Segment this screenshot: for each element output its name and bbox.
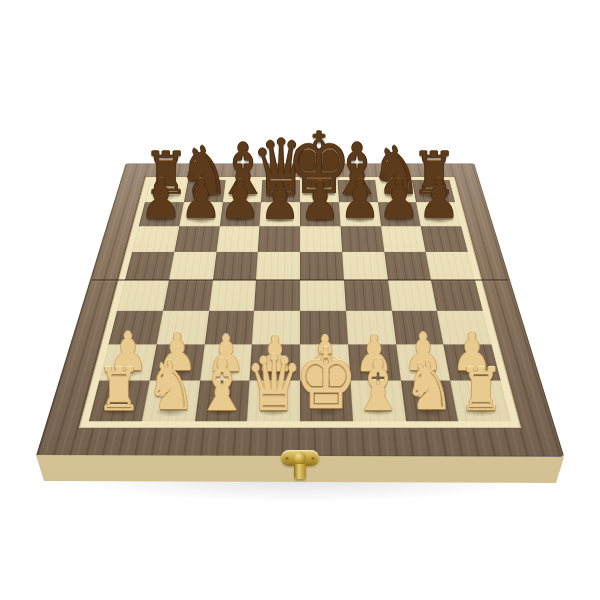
piece-white-bishop-c1[interactable]: ♝ xyxy=(195,350,249,421)
piece-white-bishop-f1[interactable]: ♝ xyxy=(351,350,405,421)
piece-black-pawn-f7[interactable]: ♟ xyxy=(340,174,380,227)
piece-white-king-e1[interactable]: ♚ xyxy=(295,339,358,423)
piece-white-rook-a1[interactable]: ♜ xyxy=(97,360,142,419)
piece-black-pawn-a7[interactable]: ♟ xyxy=(141,172,182,227)
piece-white-rook-h1[interactable]: ♜ xyxy=(459,360,504,419)
piece-black-pawn-e7[interactable]: ♟ xyxy=(300,175,339,227)
piece-black-pawn-d7[interactable]: ♟ xyxy=(260,175,299,227)
piece-black-pawn-b7[interactable]: ♟ xyxy=(180,173,221,227)
piece-white-knight-g1[interactable]: ♞ xyxy=(404,353,455,420)
piece-white-knight-b1[interactable]: ♞ xyxy=(145,353,196,420)
piece-black-pawn-g7[interactable]: ♟ xyxy=(379,173,420,227)
piece-black-pawn-h7[interactable]: ♟ xyxy=(418,172,459,227)
piece-black-pawn-c7[interactable]: ♟ xyxy=(220,174,260,227)
pieces-layer: ♜♞♝♛♚♝♞♜♟♟♟♟♟♟♟♟♟♟♟♟♟♟♟♟♜♞♝♛♚♝♞♜ xyxy=(0,0,600,600)
